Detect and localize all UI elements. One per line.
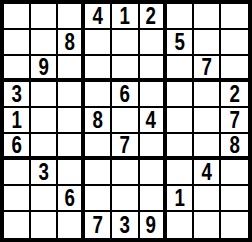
cell-r3c1[interactable] — [4, 56, 31, 82]
given-digit: 1 — [11, 108, 21, 132]
cell-r8c9[interactable] — [221, 186, 248, 212]
given-digit: 5 — [174, 30, 184, 54]
given-digit: 8 — [229, 134, 239, 157]
cell-r7c7[interactable] — [167, 160, 194, 186]
cell-r4c4[interactable] — [85, 82, 112, 108]
cell-r9c8[interactable] — [194, 212, 221, 238]
cell-r6c6[interactable] — [140, 134, 167, 160]
cell-r9c6[interactable]: 9 — [140, 212, 167, 238]
cell-r3c5[interactable] — [112, 56, 139, 82]
cell-r6c9[interactable]: 8 — [221, 134, 248, 160]
cell-r2c7[interactable]: 5 — [167, 30, 194, 56]
cell-r2c3[interactable]: 8 — [58, 30, 85, 56]
cell-r1c1[interactable] — [4, 4, 31, 30]
cell-r3c4[interactable] — [85, 56, 112, 82]
cell-r9c9[interactable] — [221, 212, 248, 238]
given-digit: 7 — [93, 213, 103, 237]
given-digit: 9 — [146, 213, 156, 237]
given-digit: 2 — [146, 4, 156, 28]
cell-r1c4[interactable]: 4 — [85, 4, 112, 30]
given-digit: 7 — [201, 56, 211, 79]
cell-r3c3[interactable] — [58, 56, 85, 82]
given-digit: 3 — [120, 213, 130, 237]
cell-r9c2[interactable] — [31, 212, 58, 238]
cell-r2c1[interactable] — [4, 30, 31, 56]
cell-r2c2[interactable] — [31, 30, 58, 56]
cell-r2c8[interactable] — [194, 30, 221, 56]
sudoku-board: 412859736218476783461739 — [0, 0, 252, 242]
cell-r4c8[interactable] — [194, 82, 221, 108]
given-digit: 6 — [65, 186, 75, 210]
cell-r5c1[interactable]: 1 — [4, 108, 31, 134]
cell-r8c1[interactable] — [4, 186, 31, 212]
cell-r5c6[interactable]: 4 — [140, 108, 167, 134]
cell-r6c7[interactable] — [167, 134, 194, 160]
given-digit: 8 — [93, 108, 103, 132]
cell-r4c5[interactable]: 6 — [112, 82, 139, 108]
cell-r5c3[interactable] — [58, 108, 85, 134]
cell-r8c2[interactable] — [31, 186, 58, 212]
cell-r3c6[interactable] — [140, 56, 167, 82]
cell-r8c8[interactable] — [194, 186, 221, 212]
cell-r1c6[interactable]: 2 — [140, 4, 167, 30]
cell-r1c3[interactable] — [58, 4, 85, 30]
cell-r7c6[interactable] — [140, 160, 167, 186]
cell-r1c5[interactable]: 1 — [112, 4, 139, 30]
cell-r4c7[interactable] — [167, 82, 194, 108]
given-digit: 3 — [11, 82, 21, 106]
given-digit: 3 — [38, 160, 48, 184]
cell-r8c4[interactable] — [85, 186, 112, 212]
cell-r5c8[interactable] — [194, 108, 221, 134]
given-digit: 1 — [120, 4, 130, 28]
cell-r1c7[interactable] — [167, 4, 194, 30]
cell-r8c7[interactable]: 1 — [167, 186, 194, 212]
cell-r7c4[interactable] — [85, 160, 112, 186]
cell-r5c4[interactable]: 8 — [85, 108, 112, 134]
cell-r1c9[interactable] — [221, 4, 248, 30]
cell-r8c6[interactable] — [140, 186, 167, 212]
cell-r8c3[interactable]: 6 — [58, 186, 85, 212]
cell-r3c2[interactable]: 9 — [31, 56, 58, 82]
cell-r9c5[interactable]: 3 — [112, 212, 139, 238]
given-digit: 4 — [201, 160, 211, 184]
cell-r9c3[interactable] — [58, 212, 85, 238]
given-digit: 7 — [229, 108, 239, 132]
cell-r8c5[interactable] — [112, 186, 139, 212]
cell-r9c4[interactable]: 7 — [85, 212, 112, 238]
cell-r6c5[interactable]: 7 — [112, 134, 139, 160]
cell-r4c1[interactable]: 3 — [4, 82, 31, 108]
cell-r7c9[interactable] — [221, 160, 248, 186]
given-digit: 6 — [120, 82, 130, 106]
given-digit: 7 — [120, 134, 130, 157]
cell-r7c8[interactable]: 4 — [194, 160, 221, 186]
cell-r5c9[interactable]: 7 — [221, 108, 248, 134]
cell-r7c2[interactable]: 3 — [31, 160, 58, 186]
cell-r4c2[interactable] — [31, 82, 58, 108]
cell-r9c7[interactable] — [167, 212, 194, 238]
cell-r7c1[interactable] — [4, 160, 31, 186]
cell-r3c8[interactable]: 7 — [194, 56, 221, 82]
cell-r7c3[interactable] — [58, 160, 85, 186]
cell-r6c8[interactable] — [194, 134, 221, 160]
cell-r7c5[interactable] — [112, 160, 139, 186]
cell-r4c3[interactable] — [58, 82, 85, 108]
cell-r6c4[interactable] — [85, 134, 112, 160]
cell-r4c9[interactable]: 2 — [221, 82, 248, 108]
cell-r2c5[interactable] — [112, 30, 139, 56]
cell-r1c8[interactable] — [194, 4, 221, 30]
given-digit: 4 — [146, 108, 156, 132]
given-digit: 4 — [93, 4, 103, 28]
cell-r6c1[interactable]: 6 — [4, 134, 31, 160]
cell-r5c7[interactable] — [167, 108, 194, 134]
given-digit: 9 — [38, 56, 48, 79]
cell-r2c9[interactable] — [221, 30, 248, 56]
given-digit: 8 — [65, 30, 75, 54]
cell-r3c7[interactable] — [167, 56, 194, 82]
given-digit: 1 — [174, 186, 184, 210]
sudoku-puzzle: 412859736218476783461739 — [0, 0, 252, 242]
cell-r5c2[interactable] — [31, 108, 58, 134]
cell-r9c1[interactable] — [4, 212, 31, 238]
cell-r5c5[interactable] — [112, 108, 139, 134]
given-digit: 6 — [11, 134, 21, 157]
cell-r2c6[interactable] — [140, 30, 167, 56]
cell-r1c2[interactable] — [31, 4, 58, 30]
cell-r4c6[interactable] — [140, 82, 167, 108]
cell-r2c4[interactable] — [85, 30, 112, 56]
cell-r3c9[interactable] — [221, 56, 248, 82]
given-digit: 2 — [229, 82, 239, 106]
cell-r6c3[interactable] — [58, 134, 85, 160]
cell-r6c2[interactable] — [31, 134, 58, 160]
